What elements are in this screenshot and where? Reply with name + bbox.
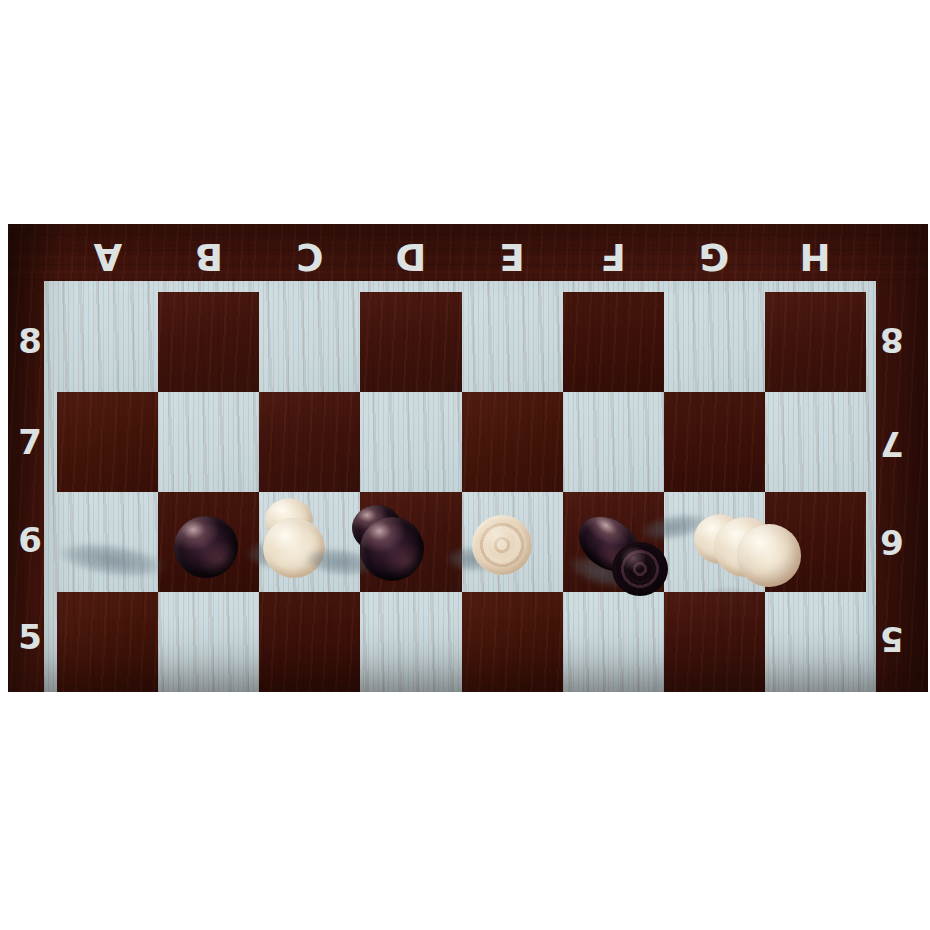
file-label-d: D bbox=[396, 238, 427, 275]
file-label-h: H bbox=[800, 238, 831, 275]
file-label-a: A bbox=[93, 238, 122, 275]
page-background: ABCDEFGH87658765 bbox=[0, 0, 930, 930]
black-pawn-d6[interactable] bbox=[360, 517, 424, 581]
square-c8[interactable] bbox=[259, 292, 360, 392]
square-e8[interactable] bbox=[462, 292, 563, 392]
black-pawn-b6[interactable] bbox=[174, 516, 238, 578]
rank-label-left-7: 7 bbox=[18, 425, 42, 459]
square-d5[interactable] bbox=[360, 592, 461, 692]
square-h8[interactable] bbox=[765, 292, 866, 392]
piece-body bbox=[612, 542, 668, 596]
square-h5[interactable] bbox=[765, 592, 866, 692]
piece-body bbox=[737, 524, 801, 587]
square-e7[interactable] bbox=[462, 392, 563, 492]
square-c5[interactable] bbox=[259, 592, 360, 692]
square-h7[interactable] bbox=[765, 392, 866, 492]
wood-grain-top-frame bbox=[8, 224, 928, 281]
square-a8[interactable] bbox=[57, 292, 158, 392]
board-squares bbox=[57, 292, 866, 692]
piece-body bbox=[360, 517, 424, 581]
rank-label-left-8: 8 bbox=[18, 324, 42, 358]
white-pawn-e6[interactable] bbox=[472, 515, 532, 575]
rank-label-right-7: 7 bbox=[880, 427, 904, 461]
rank-label-left-5: 5 bbox=[18, 620, 42, 654]
square-b8[interactable] bbox=[158, 292, 259, 392]
rank-label-right-8: 8 bbox=[880, 323, 904, 357]
file-label-f: F bbox=[601, 238, 626, 275]
square-g7[interactable] bbox=[664, 392, 765, 492]
square-g5[interactable] bbox=[664, 592, 765, 692]
black-pawn-f6[interactable] bbox=[612, 542, 668, 596]
square-f5[interactable] bbox=[563, 592, 664, 692]
square-a5[interactable] bbox=[57, 592, 158, 692]
file-label-g: G bbox=[699, 238, 729, 275]
square-g8[interactable] bbox=[664, 292, 765, 392]
piece-body bbox=[174, 516, 238, 578]
square-f8[interactable] bbox=[563, 292, 664, 392]
square-f7[interactable] bbox=[563, 392, 664, 492]
chessboard-photo: ABCDEFGH87658765 bbox=[8, 224, 928, 692]
white-pawn-g6[interactable] bbox=[737, 524, 801, 587]
square-a7[interactable] bbox=[57, 392, 158, 492]
file-label-c: C bbox=[296, 238, 323, 275]
square-b7[interactable] bbox=[158, 392, 259, 492]
square-b5[interactable] bbox=[158, 592, 259, 692]
rank-label-right-5: 5 bbox=[880, 622, 904, 656]
piece-body bbox=[472, 515, 532, 575]
file-label-b: B bbox=[195, 238, 223, 275]
square-e5[interactable] bbox=[462, 592, 563, 692]
rank-label-right-6: 6 bbox=[880, 525, 904, 559]
square-d8[interactable] bbox=[360, 292, 461, 392]
file-label-e: E bbox=[499, 238, 524, 275]
square-d7[interactable] bbox=[360, 392, 461, 492]
square-c7[interactable] bbox=[259, 392, 360, 492]
